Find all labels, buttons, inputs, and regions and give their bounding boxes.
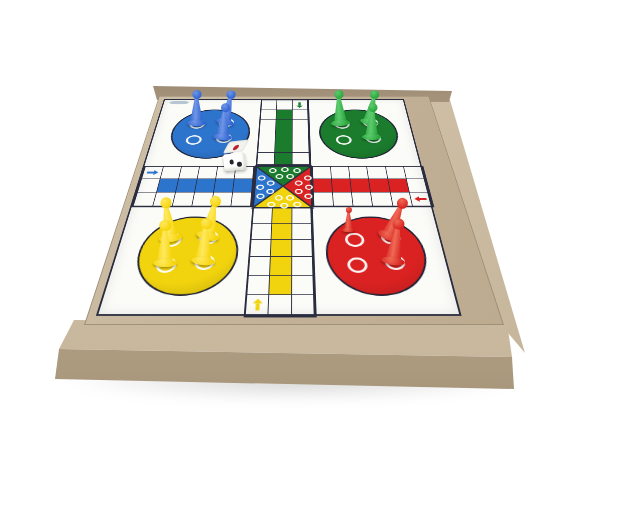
- center-ring-icon: [295, 181, 303, 186]
- track-cell: [252, 224, 273, 240]
- center-home-square: [252, 166, 312, 208]
- green-yard-slot-UR: [362, 118, 379, 127]
- track-cell: [333, 192, 354, 206]
- center-ring-icon: [280, 203, 288, 209]
- track-cell: [261, 110, 277, 120]
- track-cell: [331, 167, 351, 179]
- green-start-arrow-icon: [296, 102, 303, 107]
- track-cell: [292, 295, 315, 316]
- track-cell: [260, 120, 277, 130]
- track-cell: [261, 100, 277, 110]
- track-cell: [258, 141, 276, 152]
- ludo-box-scene: [0, 0, 640, 530]
- track-cell: [349, 167, 369, 179]
- track-cell: [292, 120, 308, 130]
- red-home-lane-cell: [351, 179, 372, 192]
- die-front-face: [223, 152, 247, 171]
- track-cell: [253, 208, 273, 223]
- red-yard-slot-UL: [345, 233, 366, 247]
- green-home-lane-cell: [276, 130, 293, 141]
- center-ring-icon: [266, 189, 274, 194]
- center-ring-icon: [304, 175, 312, 180]
- track-cell: [259, 130, 276, 141]
- track-cell: [292, 100, 307, 110]
- die-pip: [237, 162, 242, 167]
- center-ring-icon: [281, 167, 289, 172]
- die[interactable]: [221, 140, 254, 172]
- track-cell: [292, 275, 314, 295]
- track-cell: [269, 295, 292, 316]
- green-home-lane-cell: [276, 120, 292, 130]
- red-yard-slot-LL: [347, 257, 369, 272]
- track-cell: [292, 141, 309, 152]
- center-ring-icon: [256, 184, 264, 189]
- blue-home-lane-cell: [195, 179, 216, 192]
- track-cell: [231, 192, 252, 206]
- right-arm: [311, 166, 434, 208]
- center-ring-icon: [304, 194, 312, 199]
- blue-start-arrow-icon: [146, 170, 159, 175]
- center-ring-icon: [269, 168, 277, 173]
- track-cell: [277, 100, 293, 110]
- track-cell: [249, 257, 271, 275]
- track-cell: [197, 167, 218, 179]
- top-arm: [256, 100, 312, 166]
- track-cell: [313, 167, 332, 179]
- red-start-arrow-icon: [414, 196, 427, 201]
- track-cell: [292, 110, 308, 120]
- die-pip: [232, 144, 240, 150]
- blue-home-lane-cell: [233, 179, 253, 192]
- track-cell: [246, 295, 270, 316]
- track-cell: [352, 192, 373, 206]
- track-cell: [292, 208, 312, 223]
- die-pip: [229, 160, 234, 165]
- green-yard-slot-UL: [334, 120, 350, 129]
- track-cell: [292, 224, 312, 240]
- green-yard-slot-LR: [365, 134, 382, 143]
- track-cell: [292, 257, 314, 275]
- track-cell: [212, 192, 233, 206]
- brand-logo-icon: [169, 101, 190, 105]
- track-cell: [410, 192, 433, 206]
- center-ring-icon: [267, 202, 275, 208]
- yellow-start-arrow-icon: [252, 299, 262, 311]
- center-ring-icon: [305, 184, 313, 189]
- track-cell: [407, 179, 429, 192]
- bottom-arm: [244, 207, 317, 317]
- track-cell: [292, 240, 313, 257]
- track-cell: [314, 192, 334, 206]
- track-cell: [247, 275, 270, 295]
- green-yard-circle: [318, 110, 404, 159]
- track-cell: [250, 240, 272, 257]
- red-home-lane-cell: [369, 179, 390, 192]
- die-top-face: [223, 140, 249, 154]
- yellow-home-lane-cell: [272, 224, 292, 240]
- yellow-home-lane-cell: [271, 240, 292, 257]
- track-cell: [404, 167, 425, 179]
- blue-home-lane-cell: [214, 179, 235, 192]
- track-cell: [292, 153, 310, 165]
- red-home-lane-cell: [332, 179, 352, 192]
- yellow-home-lane-cell: [270, 275, 292, 295]
- track-cell: [371, 192, 393, 206]
- green-home-lane-cell: [275, 153, 293, 165]
- yellow-home-lane-cell: [272, 208, 292, 223]
- center-ring-icon: [275, 174, 283, 179]
- left-arm: [132, 166, 256, 208]
- yellow-yard-circle: [127, 217, 242, 296]
- green-home-lane-cell: [275, 141, 292, 152]
- center-ring-icon: [295, 189, 303, 194]
- ludo-board: [96, 99, 462, 316]
- track-cell: [292, 130, 309, 141]
- yellow-home-lane-cell: [270, 257, 292, 275]
- red-home-lane-cell: [313, 179, 333, 192]
- green-home-lane-cell: [277, 110, 293, 120]
- center-ring-icon: [274, 195, 282, 200]
- red-yard-circle: [324, 217, 435, 296]
- track-cell: [257, 153, 275, 165]
- track-cell: [367, 167, 388, 179]
- green-yard-slot-LL: [336, 135, 353, 144]
- track-cell: [192, 192, 214, 206]
